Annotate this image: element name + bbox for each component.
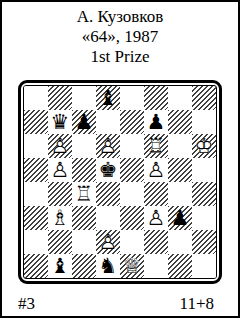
square-d6: ♟♙ <box>96 134 120 158</box>
square-e5 <box>120 158 144 182</box>
stipulation: #3 <box>18 294 35 314</box>
square-d8: ♝ <box>96 86 120 110</box>
square-a3 <box>24 206 48 230</box>
square-f2 <box>144 230 168 254</box>
square-e6 <box>120 134 144 158</box>
square-f8 <box>144 86 168 110</box>
square-h3 <box>192 206 216 230</box>
square-d3 <box>96 206 120 230</box>
square-a5 <box>24 158 48 182</box>
piece-black-pawn: ♟ <box>168 206 192 230</box>
square-f1 <box>144 254 168 278</box>
square-f6: ♜♖ <box>144 134 168 158</box>
diagram-footer: #3 11+8 <box>2 284 238 314</box>
square-f5: ♟♙ <box>144 158 168 182</box>
square-f4 <box>144 182 168 206</box>
piece-white-queen: ♛♕ <box>120 254 144 278</box>
square-f3: ♟♙ <box>144 206 168 230</box>
square-a1 <box>24 254 48 278</box>
piece-white-bishop: ♝♗ <box>48 206 72 230</box>
square-g7 <box>168 110 192 134</box>
square-a2 <box>24 230 48 254</box>
square-a7 <box>24 110 48 134</box>
square-a6 <box>24 134 48 158</box>
piece-white-rook: ♜♖ <box>72 182 96 206</box>
piece-white-king: ♚♔ <box>192 134 216 158</box>
square-h2 <box>192 230 216 254</box>
source-and-year: «64», 1987 <box>2 27 238 47</box>
square-b6: ♟♙ <box>48 134 72 158</box>
square-c5 <box>72 158 96 182</box>
board-inner-border: ♝♛♟♟♟♙♟♙♜♖♚♔♟♙♚♟♙♜♖♝♗♟♙♟♟♙♝♞♛♕ <box>23 85 217 279</box>
square-c8 <box>72 86 96 110</box>
square-c2 <box>72 230 96 254</box>
square-h8 <box>192 86 216 110</box>
piece-black-queen: ♛ <box>48 110 72 134</box>
square-b2 <box>48 230 72 254</box>
piece-white-pawn: ♟♙ <box>96 230 120 254</box>
square-e3 <box>120 206 144 230</box>
square-d2: ♟♙ <box>96 230 120 254</box>
piece-black-knight: ♞ <box>96 254 120 278</box>
square-h4 <box>192 182 216 206</box>
square-d4 <box>96 182 120 206</box>
square-e2 <box>120 230 144 254</box>
piece-white-pawn: ♟♙ <box>48 158 72 182</box>
square-b8 <box>48 86 72 110</box>
piece-black-bishop: ♝ <box>96 86 120 110</box>
square-d5: ♚ <box>96 158 120 182</box>
board: ♝♛♟♟♟♙♟♙♜♖♚♔♟♙♚♟♙♜♖♝♗♟♙♟♟♙♝♞♛♕ <box>24 86 216 278</box>
square-h5 <box>192 158 216 182</box>
square-b5: ♟♙ <box>48 158 72 182</box>
piece-white-pawn: ♟♙ <box>96 134 120 158</box>
square-e1: ♛♕ <box>120 254 144 278</box>
square-h1 <box>192 254 216 278</box>
square-g5 <box>168 158 192 182</box>
piece-black-pawn: ♟ <box>144 110 168 134</box>
square-b7: ♛ <box>48 110 72 134</box>
piece-black-pawn: ♟ <box>72 110 96 134</box>
square-e4 <box>120 182 144 206</box>
square-g4 <box>168 182 192 206</box>
square-c3 <box>72 206 96 230</box>
square-c4: ♜♖ <box>72 182 96 206</box>
square-g3: ♟ <box>168 206 192 230</box>
square-d7 <box>96 110 120 134</box>
board-outer-border: ♝♛♟♟♟♙♟♙♜♖♚♔♟♙♚♟♙♜♖♝♗♟♙♟♟♙♝♞♛♕ <box>18 80 222 284</box>
award: 1st Prize <box>2 47 238 67</box>
square-b4 <box>48 182 72 206</box>
diagram-header: А. Кузовков «64», 1987 1st Prize <box>2 2 238 67</box>
square-d1: ♞ <box>96 254 120 278</box>
square-b1: ♝ <box>48 254 72 278</box>
diagram-page: А. Кузовков «64», 1987 1st Prize ♝♛♟♟♟♙♟… <box>0 0 240 318</box>
square-b3: ♝♗ <box>48 206 72 230</box>
author-name: А. Кузовков <box>2 7 238 27</box>
square-c1 <box>72 254 96 278</box>
square-f7: ♟ <box>144 110 168 134</box>
square-c7: ♟ <box>72 110 96 134</box>
piece-white-pawn: ♟♙ <box>144 206 168 230</box>
square-g1 <box>168 254 192 278</box>
piece-black-king: ♚ <box>96 158 120 182</box>
square-g2 <box>168 230 192 254</box>
square-a8 <box>24 86 48 110</box>
square-h6: ♚♔ <box>192 134 216 158</box>
piece-white-pawn: ♟♙ <box>48 134 72 158</box>
square-a4 <box>24 182 48 206</box>
square-e8 <box>120 86 144 110</box>
square-h7 <box>192 110 216 134</box>
material-count: 11+8 <box>180 294 214 314</box>
square-g8 <box>168 86 192 110</box>
piece-white-rook: ♜♖ <box>144 134 168 158</box>
piece-black-bishop: ♝ <box>48 254 72 278</box>
square-c6 <box>72 134 96 158</box>
board-wrap: ♝♛♟♟♟♙♟♙♜♖♚♔♟♙♚♟♙♜♖♝♗♟♙♟♟♙♝♞♛♕ <box>18 80 222 284</box>
piece-white-pawn: ♟♙ <box>144 158 168 182</box>
square-g6 <box>168 134 192 158</box>
square-e7 <box>120 110 144 134</box>
